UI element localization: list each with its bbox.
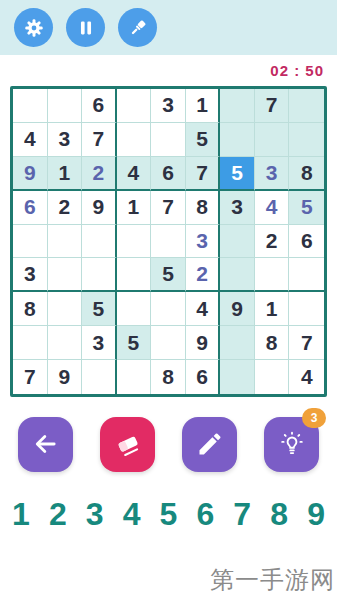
cell-r3c6[interactable]: 7 xyxy=(186,157,221,191)
numpad-4[interactable]: 4 xyxy=(123,498,141,530)
cell-r3c5[interactable]: 6 xyxy=(151,157,186,191)
timer-row: 02 : 50 xyxy=(0,55,337,85)
cell-r4c8[interactable]: 4 xyxy=(255,191,290,225)
cell-r5c9[interactable]: 6 xyxy=(289,225,324,259)
cell-r8c4[interactable]: 5 xyxy=(117,326,152,360)
cell-r6c9[interactable] xyxy=(289,258,324,292)
cell-r2c3[interactable]: 7 xyxy=(82,123,117,157)
hint-count-badge: 3 xyxy=(302,408,326,428)
cell-r2c6[interactable]: 5 xyxy=(186,123,221,157)
pause-icon xyxy=(75,17,97,39)
cell-r5c2[interactable] xyxy=(48,225,83,259)
cell-r7c9[interactable] xyxy=(289,292,324,326)
cell-r3c3[interactable]: 2 xyxy=(82,157,117,191)
cell-r9c6[interactable]: 6 xyxy=(186,360,221,394)
cell-r8c6[interactable]: 9 xyxy=(186,326,221,360)
cell-r9c7[interactable] xyxy=(220,360,255,394)
cell-r3c8[interactable]: 3 xyxy=(255,157,290,191)
cell-r7c7[interactable]: 9 xyxy=(220,292,255,326)
gear-icon xyxy=(23,17,45,39)
cell-r2c5[interactable] xyxy=(151,123,186,157)
pencil-button[interactable] xyxy=(182,417,237,472)
cell-r9c3[interactable] xyxy=(82,360,117,394)
erase-button[interactable] xyxy=(100,417,155,472)
cell-r8c5[interactable] xyxy=(151,326,186,360)
cell-r3c2[interactable]: 1 xyxy=(48,157,83,191)
pencil-icon xyxy=(196,430,224,458)
cell-r9c8[interactable] xyxy=(255,360,290,394)
cell-r8c2[interactable] xyxy=(48,326,83,360)
cell-r4c9[interactable]: 5 xyxy=(289,191,324,225)
cell-r6c5[interactable]: 5 xyxy=(151,258,186,292)
cell-r1c8[interactable]: 7 xyxy=(255,89,290,123)
eraser-icon xyxy=(114,430,142,458)
cell-r7c2[interactable] xyxy=(48,292,83,326)
cell-r5c4[interactable] xyxy=(117,225,152,259)
timer: 02 : 50 xyxy=(270,62,324,79)
cell-r6c2[interactable] xyxy=(48,258,83,292)
cell-r7c8[interactable]: 1 xyxy=(255,292,290,326)
cell-r6c8[interactable] xyxy=(255,258,290,292)
cell-r5c3[interactable] xyxy=(82,225,117,259)
cell-r6c3[interactable] xyxy=(82,258,117,292)
numpad-3[interactable]: 3 xyxy=(86,498,104,530)
arrow-left-icon xyxy=(32,430,60,458)
cell-r7c1[interactable]: 8 xyxy=(13,292,48,326)
lightbulb-icon xyxy=(278,430,306,458)
cell-r4c4[interactable]: 1 xyxy=(117,191,152,225)
sudoku-board: 6317437591246753862917834532635285491359… xyxy=(10,86,327,397)
cell-r2c1[interactable]: 4 xyxy=(13,123,48,157)
cell-r4c5[interactable]: 7 xyxy=(151,191,186,225)
numpad-6[interactable]: 6 xyxy=(196,498,214,530)
cell-r8c7[interactable] xyxy=(220,326,255,360)
cell-r3c4[interactable]: 4 xyxy=(117,157,152,191)
cell-r2c4[interactable] xyxy=(117,123,152,157)
cell-r6c7[interactable] xyxy=(220,258,255,292)
numpad-9[interactable]: 9 xyxy=(307,498,325,530)
cell-r1c5[interactable]: 3 xyxy=(151,89,186,123)
top-bar xyxy=(0,0,337,55)
undo-button[interactable] xyxy=(18,417,73,472)
numpad-1[interactable]: 1 xyxy=(12,498,30,530)
numpad-8[interactable]: 8 xyxy=(270,498,288,530)
cell-r5c8[interactable]: 2 xyxy=(255,225,290,259)
cell-r6c6[interactable]: 2 xyxy=(186,258,221,292)
cell-r4c2[interactable]: 2 xyxy=(48,191,83,225)
cell-r3c9[interactable]: 8 xyxy=(289,157,324,191)
theme-button[interactable] xyxy=(118,8,157,47)
cell-r7c5[interactable] xyxy=(151,292,186,326)
cell-r1c3[interactable]: 6 xyxy=(82,89,117,123)
cell-r7c4[interactable] xyxy=(117,292,152,326)
cell-r4c1[interactable]: 6 xyxy=(13,191,48,225)
cell-r4c3[interactable]: 9 xyxy=(82,191,117,225)
cell-r8c9[interactable]: 7 xyxy=(289,326,324,360)
settings-button[interactable] xyxy=(14,8,53,47)
cell-r9c4[interactable] xyxy=(117,360,152,394)
cell-r4c6[interactable]: 8 xyxy=(186,191,221,225)
cell-r3c1[interactable]: 9 xyxy=(13,157,48,191)
cell-r6c1[interactable]: 3 xyxy=(13,258,48,292)
cell-r1c2[interactable] xyxy=(48,89,83,123)
cell-r5c6[interactable]: 3 xyxy=(186,225,221,259)
hint-button[interactable]: 3 xyxy=(264,417,319,472)
cell-r5c5[interactable] xyxy=(151,225,186,259)
cell-r9c2[interactable]: 9 xyxy=(48,360,83,394)
cell-r9c5[interactable]: 8 xyxy=(151,360,186,394)
number-pad: 123456789 xyxy=(0,494,337,534)
cell-r5c1[interactable] xyxy=(13,225,48,259)
cell-r1c9[interactable] xyxy=(289,89,324,123)
cell-r8c8[interactable]: 8 xyxy=(255,326,290,360)
paintbrush-icon xyxy=(127,17,149,39)
cell-r1c1[interactable] xyxy=(13,89,48,123)
cell-r2c8[interactable] xyxy=(255,123,290,157)
cell-r7c3[interactable]: 5 xyxy=(82,292,117,326)
cell-r7c6[interactable]: 4 xyxy=(186,292,221,326)
cell-r2c2[interactable]: 3 xyxy=(48,123,83,157)
cell-r2c9[interactable] xyxy=(289,123,324,157)
cell-r1c7[interactable] xyxy=(220,89,255,123)
toolbar: 3 xyxy=(0,415,337,473)
cell-r5c7[interactable] xyxy=(220,225,255,259)
cell-r8c3[interactable]: 3 xyxy=(82,326,117,360)
cell-r1c4[interactable] xyxy=(117,89,152,123)
cell-r3c7[interactable]: 5 xyxy=(220,157,255,191)
numpad-5[interactable]: 5 xyxy=(160,498,178,530)
watermark: 第一手游网 xyxy=(210,564,335,596)
pause-button[interactable] xyxy=(66,8,105,47)
cell-r4c7[interactable]: 3 xyxy=(220,191,255,225)
numpad-2[interactable]: 2 xyxy=(49,498,67,530)
cell-r6c4[interactable] xyxy=(117,258,152,292)
cell-r1c6[interactable]: 1 xyxy=(186,89,221,123)
cell-r9c9[interactable]: 4 xyxy=(289,360,324,394)
cell-r8c1[interactable] xyxy=(13,326,48,360)
cell-r2c7[interactable] xyxy=(220,123,255,157)
numpad-7[interactable]: 7 xyxy=(233,498,251,530)
cell-r9c1[interactable]: 7 xyxy=(13,360,48,394)
